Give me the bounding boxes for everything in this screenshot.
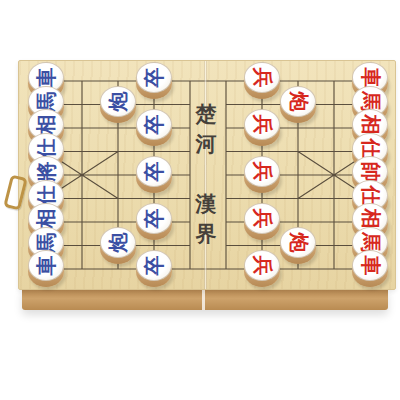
piece-face: 兵: [244, 109, 280, 140]
piece-face: 卒: [136, 156, 172, 187]
piece-character: 炮: [285, 232, 312, 252]
piece-face: 兵: [244, 203, 280, 234]
piece-character: 卒: [141, 115, 168, 135]
piece-face: 卒: [136, 203, 172, 234]
piece-character: 卒: [141, 68, 168, 88]
piece-face: 炮: [280, 227, 316, 258]
piece-red-soldier[interactable]: 兵: [244, 156, 280, 187]
piece-black-soldier[interactable]: 卒: [136, 62, 172, 93]
piece-face: 卒: [136, 109, 172, 140]
piece-character: 卒: [141, 256, 168, 276]
piece-character: 馬: [357, 232, 384, 252]
piece-character: 馬: [33, 91, 60, 111]
piece-red-cannon[interactable]: 炮: [280, 227, 316, 258]
piece-character: 帥: [357, 162, 384, 182]
piece-character: 卒: [141, 162, 168, 182]
piece-red-cannon[interactable]: 炮: [280, 86, 316, 117]
piece-character: 炮: [105, 232, 132, 252]
piece-black-soldier[interactable]: 卒: [136, 203, 172, 234]
xiangqi-board: 楚河 漢界 車馬相仕將仕相馬車炮炮卒卒卒卒卒兵兵兵兵兵炮炮車馬相仕帥仕相馬車: [18, 60, 396, 290]
piece-character: 兵: [249, 162, 276, 182]
piece-red-chariot[interactable]: 車: [352, 250, 388, 281]
river-text-chu-he: 楚河: [195, 99, 217, 160]
piece-character: 相: [357, 209, 384, 229]
piece-character: 將: [33, 162, 60, 182]
piece-character: 仕: [357, 185, 384, 205]
piece-face: 炮: [100, 227, 136, 258]
piece-character: 炮: [285, 91, 312, 111]
piece-character: 馬: [33, 232, 60, 252]
river-text-han-jie: 漢界: [195, 189, 217, 250]
piece-face: 兵: [244, 250, 280, 281]
piece-character: 馬: [357, 91, 384, 111]
piece-character: 兵: [249, 68, 276, 88]
piece-character: 兵: [249, 256, 276, 276]
piece-red-soldier[interactable]: 兵: [244, 250, 280, 281]
piece-character: 相: [33, 209, 60, 229]
piece-face: 炮: [100, 86, 136, 117]
piece-black-soldier[interactable]: 卒: [136, 156, 172, 187]
product-photo: 楚河 漢界 車馬相仕將仕相馬車炮炮卒卒卒卒卒兵兵兵兵兵炮炮車馬相仕帥仕相馬車: [0, 0, 400, 400]
piece-face: 兵: [244, 62, 280, 93]
piece-character: 兵: [249, 115, 276, 135]
piece-face: 炮: [280, 86, 316, 117]
piece-face: 車: [352, 250, 388, 281]
piece-character: 車: [357, 256, 384, 276]
piece-face: 車: [28, 250, 64, 281]
piece-black-soldier[interactable]: 卒: [136, 109, 172, 140]
piece-character: 卒: [141, 209, 168, 229]
piece-character: 炮: [105, 91, 132, 111]
piece-black-chariot[interactable]: 車: [28, 250, 64, 281]
piece-character: 相: [33, 115, 60, 135]
piece-character: 仕: [33, 185, 60, 205]
board-base: [22, 287, 388, 310]
piece-character: 車: [33, 68, 60, 88]
piece-face: 卒: [136, 250, 172, 281]
piece-red-soldier[interactable]: 兵: [244, 109, 280, 140]
piece-character: 仕: [357, 138, 384, 158]
piece-red-soldier[interactable]: 兵: [244, 203, 280, 234]
piece-red-soldier[interactable]: 兵: [244, 62, 280, 93]
piece-black-cannon[interactable]: 炮: [100, 86, 136, 117]
board-grid-lines: [19, 61, 395, 289]
piece-black-soldier[interactable]: 卒: [136, 250, 172, 281]
piece-character: 仕: [33, 138, 60, 158]
piece-character: 車: [33, 256, 60, 276]
piece-face: 兵: [244, 156, 280, 187]
piece-character: 車: [357, 68, 384, 88]
board-fold-seam: [204, 61, 207, 289]
piece-character: 兵: [249, 209, 276, 229]
piece-black-cannon[interactable]: 炮: [100, 227, 136, 258]
piece-character: 相: [357, 115, 384, 135]
piece-face: 卒: [136, 62, 172, 93]
